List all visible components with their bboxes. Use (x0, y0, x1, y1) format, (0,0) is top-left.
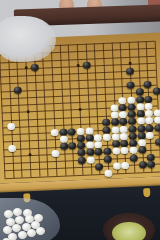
white-stone (104, 170, 112, 177)
white-stone (136, 103, 144, 110)
black-stone (102, 126, 110, 133)
black-stone (128, 118, 136, 125)
black-stone (85, 134, 93, 141)
white-stone (50, 128, 58, 135)
black-stone (95, 148, 103, 155)
white-stone (127, 96, 135, 103)
black-stone (127, 103, 135, 110)
white-stone (94, 141, 102, 148)
bag-white-stone (15, 216, 24, 224)
black-stone (130, 154, 138, 161)
black-stone (154, 124, 160, 131)
white-stone (137, 117, 145, 124)
black-stone (144, 81, 152, 88)
black-stone (128, 111, 136, 118)
black-stone (95, 163, 103, 170)
white-stone (51, 150, 59, 157)
black-stone (137, 132, 145, 139)
white-stone (8, 145, 16, 152)
white-stone (86, 141, 94, 148)
white-stone (118, 96, 126, 103)
black-stone (86, 149, 94, 156)
black-stone (120, 140, 128, 147)
white-stone (138, 139, 146, 146)
board-clasp-right (143, 188, 150, 197)
black-stone (129, 132, 137, 139)
bag-white-stone (18, 231, 27, 239)
black-stone (78, 156, 86, 163)
black-stone (77, 149, 85, 156)
bag-white-stone (36, 227, 45, 235)
white-stone (85, 127, 93, 134)
white-stone (119, 111, 127, 118)
white-stone (154, 117, 160, 124)
stone-bowl-interior (112, 222, 146, 240)
star-point (28, 153, 31, 156)
white-stone (110, 104, 118, 111)
white-stone (154, 109, 160, 116)
black-stone (103, 148, 111, 155)
white-stone (103, 133, 111, 140)
black-stone (126, 67, 134, 74)
white-stone (59, 135, 67, 142)
black-stone (59, 128, 67, 135)
white-stone (120, 133, 128, 140)
black-stone (68, 128, 76, 135)
white-stone (111, 133, 119, 140)
black-stone (136, 96, 144, 103)
black-stone (147, 161, 155, 168)
black-stone (77, 142, 85, 149)
bag-white-stone (4, 210, 13, 218)
black-stone (139, 161, 147, 168)
black-stone (60, 143, 68, 150)
black-stone (147, 153, 155, 160)
black-stone (138, 146, 146, 153)
white-stone (145, 110, 153, 117)
white-stone (146, 132, 154, 139)
black-stone (104, 155, 112, 162)
white-stone (76, 127, 84, 134)
black-stone (68, 142, 76, 149)
bag-white-stone (27, 229, 36, 237)
black-stone (82, 62, 90, 69)
star-point (76, 64, 79, 67)
black-stone (137, 125, 145, 132)
white-stone (7, 123, 15, 130)
plastic-bag-top-left (0, 16, 56, 62)
black-stone (144, 95, 152, 102)
white-stone (120, 125, 128, 132)
star-point (26, 110, 29, 113)
black-stone (155, 138, 160, 145)
black-stone (14, 87, 22, 94)
star-point (78, 108, 81, 111)
black-stone (146, 124, 154, 131)
black-stone (112, 140, 120, 147)
white-stone (112, 148, 120, 155)
white-stone (145, 117, 153, 124)
white-stone (113, 162, 121, 169)
star-point (128, 62, 131, 65)
white-stone (129, 147, 137, 154)
black-stone (129, 140, 137, 147)
white-stone (121, 162, 129, 169)
black-stone (128, 125, 136, 132)
bag-white-stone (13, 208, 22, 216)
black-stone (153, 88, 160, 95)
star-point (24, 67, 27, 70)
black-stone (111, 119, 119, 126)
black-stone (136, 110, 144, 117)
white-stone (145, 103, 153, 110)
black-stone (135, 89, 143, 96)
go-game-photo (0, 0, 160, 240)
black-stone (127, 82, 135, 89)
black-stone (102, 119, 110, 126)
white-stone (121, 147, 129, 154)
black-stone (119, 104, 127, 111)
black-stone (119, 118, 127, 125)
black-stone (30, 64, 38, 71)
white-stone (94, 134, 102, 141)
white-stone (86, 156, 94, 163)
white-stone (110, 111, 118, 118)
black-stone (77, 135, 85, 142)
white-stone (111, 126, 119, 133)
